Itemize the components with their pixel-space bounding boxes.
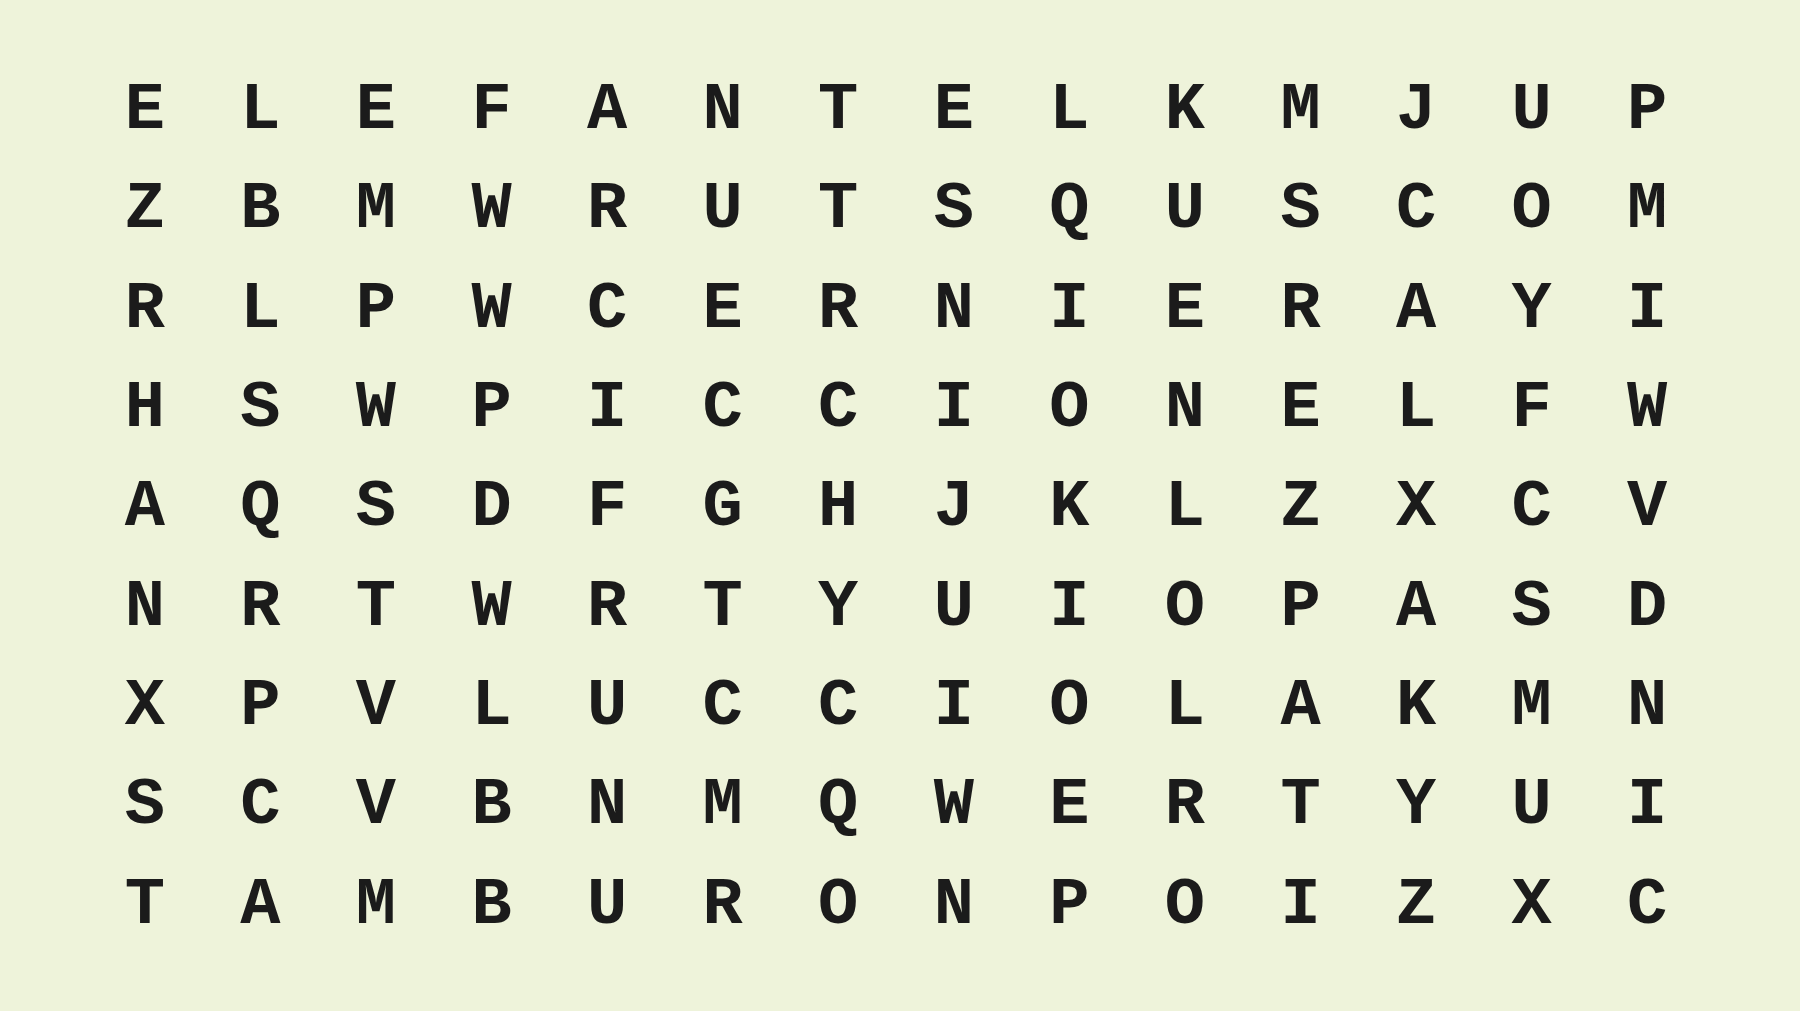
letter-cell-r1c4[interactable]: F (434, 61, 550, 160)
letter-cell-r5c2[interactable]: Q (203, 458, 319, 557)
letter-cell-r6c4[interactable]: W (434, 558, 550, 657)
letter-cell-r8c5[interactable]: N (549, 756, 665, 855)
letter-cell-r3c13[interactable]: Y (1474, 260, 1590, 359)
letter-cell-r1c2[interactable]: L (203, 61, 319, 160)
letter-cell-r2c6[interactable]: U (665, 160, 781, 259)
letter-cell-r5c10[interactable]: L (1127, 458, 1243, 557)
letter-grid: ELEFANTELKMJUPZBMWRUTSQUSCOMRLPWCERNIERA… (87, 61, 1705, 955)
letter-cell-r9c12[interactable]: Z (1358, 856, 1474, 955)
letter-cell-r6c13[interactable]: S (1474, 558, 1590, 657)
letter-cell-r8c3[interactable]: V (318, 756, 434, 855)
letter-cell-r5c6[interactable]: G (665, 458, 781, 557)
letter-cell-r1c13[interactable]: U (1474, 61, 1590, 160)
letter-cell-r9c10[interactable]: O (1127, 856, 1243, 955)
letter-cell-r2c7[interactable]: T (780, 160, 896, 259)
letter-cell-r9c2[interactable]: A (203, 856, 319, 955)
letter-cell-r9c9[interactable]: P (1012, 856, 1128, 955)
letter-cell-r7c7[interactable]: C (780, 657, 896, 756)
letter-cell-r7c1[interactable]: X (87, 657, 203, 756)
letter-cell-r4c8[interactable]: I (896, 359, 1012, 458)
letter-cell-r5c4[interactable]: D (434, 458, 550, 557)
letter-cell-r7c6[interactable]: C (665, 657, 781, 756)
letter-cell-r8c14[interactable]: I (1589, 756, 1705, 855)
letter-cell-r2c12[interactable]: C (1358, 160, 1474, 259)
letter-cell-r4c10[interactable]: N (1127, 359, 1243, 458)
letter-cell-r5c12[interactable]: X (1358, 458, 1474, 557)
letter-cell-r3c1[interactable]: R (87, 260, 203, 359)
letter-cell-r1c9[interactable]: L (1012, 61, 1128, 160)
letter-cell-r1c12[interactable]: J (1358, 61, 1474, 160)
letter-cell-r6c12[interactable]: A (1358, 558, 1474, 657)
letter-cell-r4c7[interactable]: C (780, 359, 896, 458)
letter-cell-r2c14[interactable]: M (1589, 160, 1705, 259)
letter-cell-r5c5[interactable]: F (549, 458, 665, 557)
letter-cell-r8c10[interactable]: R (1127, 756, 1243, 855)
letter-cell-r6c6[interactable]: T (665, 558, 781, 657)
letter-cell-r6c11[interactable]: P (1243, 558, 1359, 657)
letter-cell-r3c7[interactable]: R (780, 260, 896, 359)
letter-cell-r4c2[interactable]: S (203, 359, 319, 458)
letter-cell-r7c13[interactable]: M (1474, 657, 1590, 756)
letter-cell-r6c2[interactable]: R (203, 558, 319, 657)
letter-cell-r8c1[interactable]: S (87, 756, 203, 855)
letter-cell-r7c14[interactable]: N (1589, 657, 1705, 756)
letter-cell-r6c5[interactable]: R (549, 558, 665, 657)
letter-cell-r9c5[interactable]: U (549, 856, 665, 955)
letter-cell-r2c4[interactable]: W (434, 160, 550, 259)
letter-cell-r1c7[interactable]: T (780, 61, 896, 160)
letter-cell-r1c3[interactable]: E (318, 61, 434, 160)
letter-cell-r4c4[interactable]: P (434, 359, 550, 458)
letter-cell-r2c2[interactable]: B (203, 160, 319, 259)
letter-cell-r7c11[interactable]: A (1243, 657, 1359, 756)
letter-cell-r2c11[interactable]: S (1243, 160, 1359, 259)
letter-cell-r9c11[interactable]: I (1243, 856, 1359, 955)
letter-cell-r5c7[interactable]: H (780, 458, 896, 557)
letter-cell-r1c5[interactable]: A (549, 61, 665, 160)
letter-cell-r2c9[interactable]: Q (1012, 160, 1128, 259)
letter-cell-r6c1[interactable]: N (87, 558, 203, 657)
letter-cell-r2c10[interactable]: U (1127, 160, 1243, 259)
letter-cell-r6c3[interactable]: T (318, 558, 434, 657)
letter-cell-r3c10[interactable]: E (1127, 260, 1243, 359)
letter-cell-r8c8[interactable]: W (896, 756, 1012, 855)
letter-cell-r8c6[interactable]: M (665, 756, 781, 855)
letter-cell-r8c4[interactable]: B (434, 756, 550, 855)
letter-cell-r2c8[interactable]: S (896, 160, 1012, 259)
letter-cell-r4c13[interactable]: F (1474, 359, 1590, 458)
letter-cell-r9c6[interactable]: R (665, 856, 781, 955)
letter-cell-r2c5[interactable]: R (549, 160, 665, 259)
letter-cell-r2c13[interactable]: O (1474, 160, 1590, 259)
letter-cell-r8c11[interactable]: T (1243, 756, 1359, 855)
letter-cell-r7c10[interactable]: L (1127, 657, 1243, 756)
letter-cell-r9c1[interactable]: T (87, 856, 203, 955)
letter-cell-r1c11[interactable]: M (1243, 61, 1359, 160)
letter-cell-r7c9[interactable]: O (1012, 657, 1128, 756)
letter-cell-r4c6[interactable]: C (665, 359, 781, 458)
letter-cell-r4c12[interactable]: L (1358, 359, 1474, 458)
letter-cell-r4c1[interactable]: H (87, 359, 203, 458)
letter-cell-r1c6[interactable]: N (665, 61, 781, 160)
letter-cell-r6c14[interactable]: D (1589, 558, 1705, 657)
letter-cell-r4c14[interactable]: W (1589, 359, 1705, 458)
letter-cell-r8c2[interactable]: C (203, 756, 319, 855)
letter-cell-r5c13[interactable]: C (1474, 458, 1590, 557)
letter-cell-r7c2[interactable]: P (203, 657, 319, 756)
letter-cell-r1c14[interactable]: P (1589, 61, 1705, 160)
letter-cell-r9c7[interactable]: O (780, 856, 896, 955)
letter-cell-r3c11[interactable]: R (1243, 260, 1359, 359)
letter-cell-r1c1[interactable]: E (87, 61, 203, 160)
letter-cell-r6c9[interactable]: I (1012, 558, 1128, 657)
letter-cell-r5c1[interactable]: A (87, 458, 203, 557)
letter-cell-r7c4[interactable]: L (434, 657, 550, 756)
letter-cell-r5c14[interactable]: V (1589, 458, 1705, 557)
letter-cell-r3c6[interactable]: E (665, 260, 781, 359)
letter-cell-r7c8[interactable]: I (896, 657, 1012, 756)
letter-cell-r3c2[interactable]: L (203, 260, 319, 359)
letter-cell-r7c5[interactable]: U (549, 657, 665, 756)
letter-cell-r6c10[interactable]: O (1127, 558, 1243, 657)
letter-cell-r7c12[interactable]: K (1358, 657, 1474, 756)
letter-cell-r4c3[interactable]: W (318, 359, 434, 458)
letter-cell-r9c3[interactable]: M (318, 856, 434, 955)
letter-cell-r1c10[interactable]: K (1127, 61, 1243, 160)
letter-cell-r3c5[interactable]: C (549, 260, 665, 359)
letter-cell-r3c8[interactable]: N (896, 260, 1012, 359)
letter-cell-r3c12[interactable]: A (1358, 260, 1474, 359)
letter-cell-r3c4[interactable]: W (434, 260, 550, 359)
letter-cell-r9c4[interactable]: B (434, 856, 550, 955)
letter-cell-r7c3[interactable]: V (318, 657, 434, 756)
letter-cell-r8c12[interactable]: Y (1358, 756, 1474, 855)
letter-cell-r9c14[interactable]: C (1589, 856, 1705, 955)
letter-cell-r8c7[interactable]: Q (780, 756, 896, 855)
letter-cell-r5c8[interactable]: J (896, 458, 1012, 557)
letter-cell-r5c9[interactable]: K (1012, 458, 1128, 557)
letter-cell-r8c13[interactable]: U (1474, 756, 1590, 855)
letter-cell-r6c8[interactable]: U (896, 558, 1012, 657)
letter-cell-r8c9[interactable]: E (1012, 756, 1128, 855)
word-search-board: ELEFANTELKMJUPZBMWRUTSQUSCOMRLPWCERNIERA… (0, 0, 1800, 1011)
letter-cell-r5c3[interactable]: S (318, 458, 434, 557)
letter-cell-r4c11[interactable]: E (1243, 359, 1359, 458)
letter-cell-r3c3[interactable]: P (318, 260, 434, 359)
letter-cell-r1c8[interactable]: E (896, 61, 1012, 160)
letter-cell-r3c9[interactable]: I (1012, 260, 1128, 359)
letter-cell-r4c5[interactable]: I (549, 359, 665, 458)
letter-cell-r2c3[interactable]: M (318, 160, 434, 259)
letter-cell-r6c7[interactable]: Y (780, 558, 896, 657)
letter-cell-r3c14[interactable]: I (1589, 260, 1705, 359)
letter-cell-r9c13[interactable]: X (1474, 856, 1590, 955)
letter-cell-r9c8[interactable]: N (896, 856, 1012, 955)
letter-cell-r4c9[interactable]: O (1012, 359, 1128, 458)
letter-cell-r2c1[interactable]: Z (87, 160, 203, 259)
letter-cell-r5c11[interactable]: Z (1243, 458, 1359, 557)
